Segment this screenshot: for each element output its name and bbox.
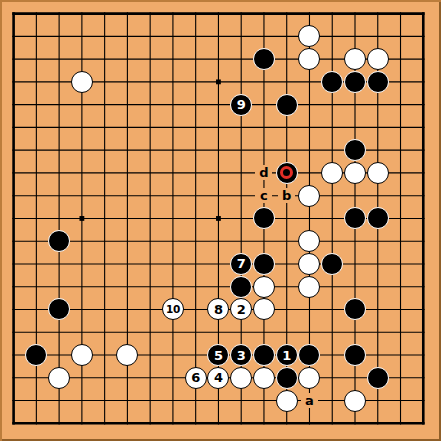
stone-white: [230, 367, 252, 389]
point-label-a: a: [301, 393, 318, 408]
move-number: 5: [214, 349, 223, 362]
stone-white: [71, 71, 93, 93]
stone-white: [298, 185, 320, 207]
move-number: 4: [214, 371, 223, 384]
move-number: 2: [237, 303, 246, 316]
stone-black: [344, 139, 366, 161]
stone-black: [276, 94, 298, 116]
stone-white: [48, 367, 70, 389]
point-label-d: d: [255, 165, 272, 180]
move-number: 3: [237, 349, 246, 362]
stone-black: [230, 276, 252, 298]
stone-black: [344, 344, 366, 366]
go-board: 12345678910dcba: [0, 0, 441, 441]
move-number: 10: [166, 304, 180, 315]
move-number: 1: [282, 349, 291, 362]
move-number: 9: [237, 98, 246, 111]
stone-black: [253, 48, 275, 70]
star-point: [216, 79, 221, 84]
stone-black-move-1: 1: [276, 344, 298, 366]
stone-white-move-6: 6: [185, 367, 207, 389]
stone-white: [367, 162, 389, 184]
star-point: [79, 216, 84, 221]
stone-black: [367, 367, 389, 389]
point-label-c: c: [255, 188, 272, 203]
stone-white: [253, 367, 275, 389]
point-label-b: b: [278, 188, 295, 203]
stone-black-move-7: 7: [230, 253, 252, 275]
stone-black: [344, 71, 366, 93]
stone-white: [253, 276, 275, 298]
stone-black-move-9: 9: [230, 94, 252, 116]
stone-black-marked: [276, 162, 298, 184]
stone-white: [344, 48, 366, 70]
star-point: [216, 216, 221, 221]
circle-mark-icon: [280, 166, 293, 179]
stone-black: [253, 344, 275, 366]
stone-white: [344, 390, 366, 412]
stone-black: [367, 71, 389, 93]
move-number: 7: [237, 257, 246, 270]
move-number: 6: [191, 371, 200, 384]
stone-white: [321, 162, 343, 184]
move-number: 8: [214, 303, 223, 316]
stone-white: [71, 344, 93, 366]
stone-white: [276, 390, 298, 412]
stone-black: [321, 71, 343, 93]
stone-white: [344, 162, 366, 184]
stone-black: [253, 253, 275, 275]
stone-white: [367, 48, 389, 70]
stone-black: [276, 367, 298, 389]
